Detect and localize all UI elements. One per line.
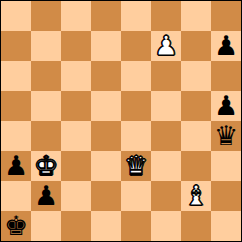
square-b1[interactable] [31, 211, 61, 241]
square-d7[interactable] [91, 31, 121, 61]
square-g8[interactable] [181, 1, 211, 31]
square-f4[interactable] [151, 121, 181, 151]
square-c6[interactable] [61, 61, 91, 91]
square-d8[interactable] [91, 1, 121, 31]
square-a8[interactable] [1, 1, 31, 31]
square-g3[interactable] [181, 151, 211, 181]
square-c8[interactable] [61, 1, 91, 31]
square-d5[interactable] [91, 91, 121, 121]
square-a4[interactable] [1, 121, 31, 151]
square-b5[interactable] [31, 91, 61, 121]
square-b4[interactable] [31, 121, 61, 151]
square-c3[interactable] [61, 151, 91, 181]
square-g5[interactable] [181, 91, 211, 121]
square-c5[interactable] [61, 91, 91, 121]
square-d6[interactable] [91, 61, 121, 91]
white-queen[interactable]: ♛ [124, 152, 148, 179]
square-e3[interactable]: ♛ [121, 151, 151, 181]
square-h3[interactable] [211, 151, 241, 181]
square-a6[interactable] [1, 61, 31, 91]
square-a7[interactable] [1, 31, 31, 61]
square-c1[interactable] [61, 211, 91, 241]
square-f3[interactable] [151, 151, 181, 181]
square-f7[interactable]: ♟ [151, 31, 181, 61]
square-e4[interactable] [121, 121, 151, 151]
square-a2[interactable] [1, 181, 31, 211]
square-d4[interactable] [91, 121, 121, 151]
square-f5[interactable] [151, 91, 181, 121]
square-a1[interactable]: ♚ [1, 211, 31, 241]
square-c7[interactable] [61, 31, 91, 61]
square-b7[interactable] [31, 31, 61, 61]
square-d2[interactable] [91, 181, 121, 211]
black-pawn[interactable]: ♟ [214, 92, 238, 119]
square-b6[interactable] [31, 61, 61, 91]
black-pawn[interactable]: ♟ [214, 32, 238, 59]
black-queen[interactable]: ♛ [214, 122, 238, 149]
square-h5[interactable]: ♟ [211, 91, 241, 121]
black-pawn[interactable]: ♟ [4, 152, 28, 179]
square-h4[interactable]: ♛ [211, 121, 241, 151]
white-king[interactable]: ♚ [34, 152, 58, 179]
chess-board-frame: ♟♟♟♛♟♚♛♟♝♚ [0, 0, 242, 242]
square-g7[interactable] [181, 31, 211, 61]
square-b8[interactable] [31, 1, 61, 31]
white-pawn[interactable]: ♟ [154, 32, 178, 59]
square-g4[interactable] [181, 121, 211, 151]
square-f2[interactable] [151, 181, 181, 211]
square-e7[interactable] [121, 31, 151, 61]
square-h7[interactable]: ♟ [211, 31, 241, 61]
square-g2[interactable]: ♝ [181, 181, 211, 211]
square-f6[interactable] [151, 61, 181, 91]
square-c4[interactable] [61, 121, 91, 151]
black-pawn[interactable]: ♟ [34, 182, 58, 209]
square-h6[interactable] [211, 61, 241, 91]
square-c2[interactable] [61, 181, 91, 211]
square-f1[interactable] [151, 211, 181, 241]
square-h2[interactable] [211, 181, 241, 211]
square-b2[interactable]: ♟ [31, 181, 61, 211]
chess-board: ♟♟♟♛♟♚♛♟♝♚ [1, 1, 241, 241]
square-f8[interactable] [151, 1, 181, 31]
square-a5[interactable] [1, 91, 31, 121]
square-e6[interactable] [121, 61, 151, 91]
square-b3[interactable]: ♚ [31, 151, 61, 181]
square-d3[interactable] [91, 151, 121, 181]
square-e8[interactable] [121, 1, 151, 31]
square-h8[interactable] [211, 1, 241, 31]
black-king[interactable]: ♚ [4, 212, 28, 239]
square-a3[interactable]: ♟ [1, 151, 31, 181]
square-e1[interactable] [121, 211, 151, 241]
square-e2[interactable] [121, 181, 151, 211]
square-g6[interactable] [181, 61, 211, 91]
square-g1[interactable] [181, 211, 211, 241]
white-bishop[interactable]: ♝ [184, 182, 208, 209]
square-e5[interactable] [121, 91, 151, 121]
square-h1[interactable] [211, 211, 241, 241]
square-d1[interactable] [91, 211, 121, 241]
